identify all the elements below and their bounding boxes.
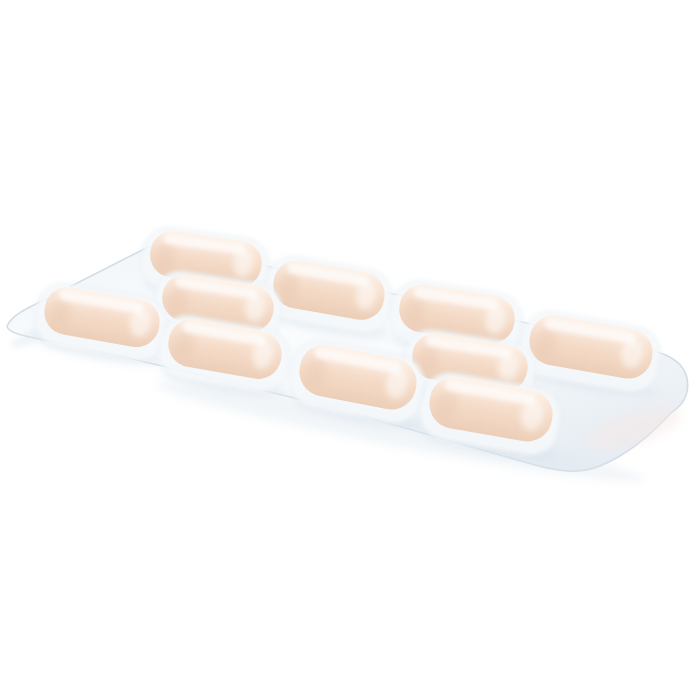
blister-pack-illustration xyxy=(0,0,700,700)
product-photo xyxy=(0,0,700,700)
